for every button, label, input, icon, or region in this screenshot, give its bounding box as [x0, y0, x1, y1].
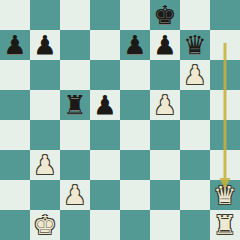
square-g4[interactable] [180, 120, 210, 150]
square-d4[interactable] [90, 120, 120, 150]
square-c2[interactable]: ♟ [60, 180, 90, 210]
piece-black-pawn[interactable]: ♟ [123, 30, 146, 60]
square-e5[interactable] [120, 90, 150, 120]
square-f5[interactable]: ♟ [150, 90, 180, 120]
piece-black-queen[interactable]: ♛ [183, 30, 206, 60]
square-b2[interactable] [30, 180, 60, 210]
square-h1[interactable]: ♜ [210, 210, 240, 240]
square-d7[interactable] [90, 30, 120, 60]
square-b1[interactable]: ♚ [30, 210, 60, 240]
square-b5[interactable] [30, 90, 60, 120]
square-c4[interactable] [60, 120, 90, 150]
square-b7[interactable]: ♟ [30, 30, 60, 60]
square-h5[interactable] [210, 90, 240, 120]
square-h8[interactable] [210, 0, 240, 30]
square-f4[interactable] [150, 120, 180, 150]
piece-white-king[interactable]: ♚ [33, 210, 56, 240]
square-b4[interactable] [30, 120, 60, 150]
square-e2[interactable] [120, 180, 150, 210]
square-a4[interactable] [0, 120, 30, 150]
square-f1[interactable] [150, 210, 180, 240]
square-e6[interactable] [120, 60, 150, 90]
square-h7[interactable] [210, 30, 240, 60]
piece-white-queen[interactable]: ♛ [213, 180, 236, 210]
square-a7[interactable]: ♟ [0, 30, 30, 60]
square-a6[interactable] [0, 60, 30, 90]
square-c1[interactable] [60, 210, 90, 240]
square-f3[interactable] [150, 150, 180, 180]
square-f7[interactable]: ♟ [150, 30, 180, 60]
square-b3[interactable]: ♟ [30, 150, 60, 180]
square-g5[interactable] [180, 90, 210, 120]
square-g6[interactable]: ♟ [180, 60, 210, 90]
square-g7[interactable]: ♛ [180, 30, 210, 60]
piece-black-pawn[interactable]: ♟ [153, 30, 176, 60]
square-a5[interactable] [0, 90, 30, 120]
square-c6[interactable] [60, 60, 90, 90]
square-d6[interactable] [90, 60, 120, 90]
chess-board: ♚♟♟♟♟♛♟♜♟♟♟♟♛♚♜ [0, 0, 240, 240]
square-d3[interactable] [90, 150, 120, 180]
square-d5[interactable]: ♟ [90, 90, 120, 120]
piece-black-pawn[interactable]: ♟ [93, 90, 116, 120]
square-d1[interactable] [90, 210, 120, 240]
piece-white-pawn[interactable]: ♟ [153, 90, 176, 120]
square-c5[interactable]: ♜ [60, 90, 90, 120]
square-e7[interactable]: ♟ [120, 30, 150, 60]
square-h6[interactable] [210, 60, 240, 90]
square-f2[interactable] [150, 180, 180, 210]
piece-white-rook[interactable]: ♜ [213, 210, 236, 240]
square-e1[interactable] [120, 210, 150, 240]
square-e8[interactable] [120, 0, 150, 30]
square-a8[interactable] [0, 0, 30, 30]
square-a1[interactable] [0, 210, 30, 240]
square-b6[interactable] [30, 60, 60, 90]
square-g2[interactable] [180, 180, 210, 210]
piece-black-king[interactable]: ♚ [153, 0, 176, 30]
piece-white-pawn[interactable]: ♟ [183, 60, 206, 90]
square-c7[interactable] [60, 30, 90, 60]
square-c8[interactable] [60, 0, 90, 30]
square-f8[interactable]: ♚ [150, 0, 180, 30]
square-a2[interactable] [0, 180, 30, 210]
piece-black-pawn[interactable]: ♟ [3, 30, 26, 60]
square-d8[interactable] [90, 0, 120, 30]
square-h3[interactable] [210, 150, 240, 180]
square-g8[interactable] [180, 0, 210, 30]
square-g1[interactable] [180, 210, 210, 240]
square-a3[interactable] [0, 150, 30, 180]
square-h4[interactable] [210, 120, 240, 150]
board-squares: ♚♟♟♟♟♛♟♜♟♟♟♟♛♚♜ [0, 0, 240, 240]
square-h2[interactable]: ♛ [210, 180, 240, 210]
square-e4[interactable] [120, 120, 150, 150]
piece-black-pawn[interactable]: ♟ [33, 30, 56, 60]
piece-black-rook[interactable]: ♜ [63, 90, 86, 120]
square-e3[interactable] [120, 150, 150, 180]
square-f6[interactable] [150, 60, 180, 90]
square-g3[interactable] [180, 150, 210, 180]
square-b8[interactable] [30, 0, 60, 30]
piece-white-pawn[interactable]: ♟ [63, 180, 86, 210]
square-c3[interactable] [60, 150, 90, 180]
square-d2[interactable] [90, 180, 120, 210]
piece-white-pawn[interactable]: ♟ [33, 150, 56, 180]
